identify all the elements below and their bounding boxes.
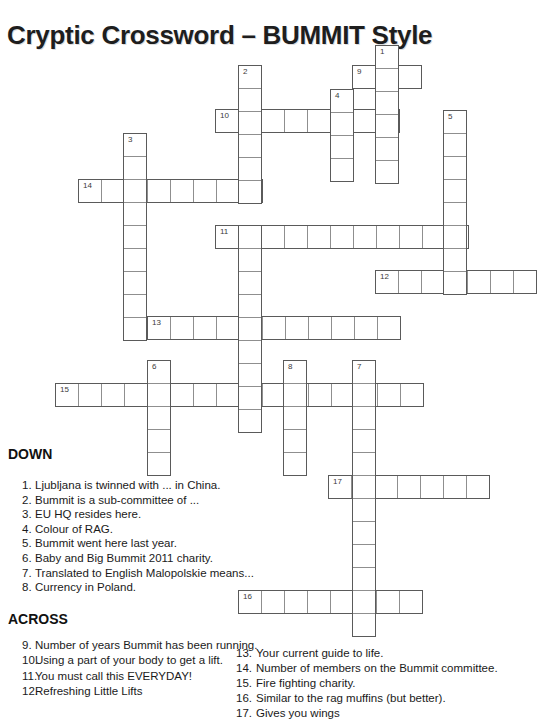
grid-cell[interactable] [239, 111, 261, 134]
grid-cell[interactable] [444, 179, 466, 202]
grid-cell[interactable] [330, 226, 353, 248]
grid-cell[interactable] [216, 317, 239, 339]
entry-2-down: 2 [238, 65, 262, 204]
grid-cell[interactable] [376, 91, 398, 114]
entry-7-down: 7 [352, 360, 376, 637]
clue-text: Using a part of your body to get a lift. [35, 654, 223, 666]
grid-cell[interactable] [353, 544, 375, 567]
grid-cell[interactable] [399, 591, 422, 613]
grid-cell[interactable] [513, 271, 536, 293]
grid-cell[interactable] [193, 180, 216, 202]
clue-number: 17. [236, 707, 252, 719]
grid-cell[interactable] [261, 591, 284, 613]
grid-cell[interactable] [262, 317, 285, 339]
clue-number-label: 11 [220, 228, 228, 236]
down-heading: DOWN [8, 446, 52, 462]
grid-cell[interactable] [285, 317, 308, 339]
grid-cell[interactable] [444, 271, 466, 294]
clue-number-label: 3 [128, 136, 132, 144]
clue-number: 7. [22, 567, 32, 579]
grid-cell[interactable] [101, 180, 124, 202]
clue-number-label: 1 [380, 48, 384, 56]
grid-cell[interactable] [239, 157, 261, 180]
grid-cell[interactable] [284, 406, 306, 429]
grid-cell[interactable] [147, 180, 170, 202]
grid-cell[interactable] [170, 317, 193, 339]
across-heading: ACROSS [8, 611, 68, 627]
clue-number-label: 5 [448, 113, 452, 121]
clue-number: 9. [22, 639, 32, 651]
grid-cell[interactable] [78, 384, 101, 406]
grid-cell[interactable] [308, 384, 331, 406]
grid-cell[interactable] [124, 225, 146, 248]
grid-cell[interactable] [239, 386, 261, 409]
clue-text: Currency in Poland. [35, 581, 136, 593]
grid-cell[interactable] [239, 294, 261, 317]
grid-cell[interactable] [398, 66, 421, 88]
grid-cell[interactable] [239, 271, 261, 294]
grid-cell[interactable] [261, 110, 284, 132]
clue-number-label: 8 [288, 363, 292, 371]
clue-number: 1. [22, 479, 32, 491]
grid-cell[interactable] [284, 110, 307, 132]
grid-cell[interactable] [239, 180, 261, 203]
grid-cell[interactable] [353, 590, 375, 613]
grid-cell[interactable] [376, 160, 398, 183]
grid-cell[interactable] [377, 317, 400, 339]
grid-cell[interactable] [331, 317, 354, 339]
grid-cell[interactable] [124, 271, 146, 294]
grid-cell[interactable] [284, 452, 306, 475]
clue-text: Refreshing Little Lifts [35, 685, 142, 697]
grid-cell[interactable] [124, 317, 146, 340]
clue-item: 14.Number of members on the Bummit commi… [236, 658, 498, 673]
grid-cell[interactable] [374, 476, 397, 498]
grid-cell[interactable] [307, 591, 330, 613]
grid-cell[interactable] [444, 248, 466, 271]
grid-cell[interactable] [376, 68, 398, 91]
entry-16-across: 16 [238, 590, 423, 614]
clue-number-label: 7 [357, 363, 361, 371]
grid-cell[interactable] [307, 110, 330, 132]
clue-text: Baby and Big Bummit 2011 charity. [35, 552, 213, 564]
clue-item: 16.Similar to the rag muffins (but bette… [236, 688, 498, 703]
grid-cell[interactable] [284, 226, 307, 248]
grid-cell[interactable] [444, 156, 466, 179]
clue-number: 8. [22, 581, 32, 593]
clue-item: 13.Your current guide to life. [236, 643, 498, 658]
clue-number-label: 2 [243, 68, 247, 76]
clue-item: 17.Gives you wings [236, 703, 498, 718]
grid-cell[interactable] [124, 294, 146, 317]
entry-3-down: 3 [123, 133, 147, 341]
grid-cell[interactable] [101, 384, 124, 406]
grid-cell[interactable] [353, 429, 375, 452]
grid-cell[interactable] [376, 137, 398, 160]
clue-number-label: 9 [357, 68, 361, 76]
grid-cell[interactable] [124, 179, 146, 202]
grid-cell[interactable] [239, 248, 261, 271]
clue-text: EU HQ resides here. [35, 508, 141, 520]
entry-4-down: 4 [330, 89, 354, 182]
grid-cell[interactable] [239, 134, 261, 157]
grid-cell[interactable] [239, 340, 261, 363]
grid-cell[interactable] [331, 112, 353, 135]
entry-1-down: 1 [375, 45, 399, 184]
grid-cell[interactable] [376, 226, 399, 248]
grid-cell[interactable] [307, 226, 330, 248]
clue-number: 4. [22, 523, 32, 535]
grid-cell[interactable] [261, 226, 284, 248]
grid-cell[interactable] [216, 180, 239, 202]
grid-cell[interactable] [193, 384, 216, 406]
across-clue-list-right: 13.Your current guide to life.14.Number … [236, 643, 498, 718]
grid-cell[interactable] [331, 158, 353, 181]
grid-cell[interactable] [467, 271, 490, 293]
clue-number-label: 14 [83, 182, 92, 190]
grid-cell[interactable] [262, 384, 285, 406]
grid-cell[interactable] [124, 384, 147, 406]
clue-text: Number of years Bummit has been running. [35, 639, 257, 651]
grid-cell[interactable] [148, 429, 170, 452]
grid-cell[interactable] [353, 521, 375, 544]
clue-text: Bummit is a sub-committee of ... [35, 494, 199, 506]
grid-cell[interactable] [444, 202, 466, 225]
entry-unnumbered-down [238, 225, 262, 433]
clue-text: Gives you wings [256, 707, 340, 719]
grid-cell[interactable] [353, 567, 375, 590]
clue-number-label: 10 [220, 112, 229, 120]
entry-8-down: 8 [283, 360, 307, 476]
grid-cell[interactable] [398, 271, 421, 293]
grid-cell[interactable] [353, 406, 375, 429]
grid-cell[interactable] [420, 476, 443, 498]
grid-cell[interactable] [377, 384, 400, 406]
grid-cell[interactable] [421, 271, 444, 293]
entry-5-down: 5 [443, 110, 467, 295]
clue-number: 6. [22, 552, 32, 564]
grid-cell[interactable] [331, 135, 353, 158]
grid-cell[interactable] [284, 383, 306, 406]
grid-cell[interactable] [284, 591, 307, 613]
clue-number: 2. [22, 494, 32, 506]
grid-cell[interactable] [124, 156, 146, 179]
grid-cell[interactable] [353, 452, 375, 475]
grid-cell[interactable] [239, 363, 261, 386]
grid-cell[interactable] [353, 498, 375, 521]
grid-cell[interactable] [148, 452, 170, 475]
grid-cell[interactable] [148, 383, 170, 406]
grid-cell[interactable] [399, 226, 422, 248]
clue-number-label: 4 [335, 92, 339, 100]
clue-text: Translated to English Malopolskie means.… [35, 567, 254, 579]
grid-cell[interactable] [353, 613, 375, 636]
grid-cell[interactable] [239, 317, 261, 340]
clue-item: 15.Fire fighting charity. [236, 673, 498, 688]
entry-14-across: 14 [78, 179, 263, 203]
clue-text: Colour of RAG. [35, 523, 113, 535]
grid-cell[interactable] [330, 591, 353, 613]
grid-cell[interactable] [239, 409, 261, 432]
clue-text: Bummit went here last year. [35, 537, 177, 549]
grid-cell[interactable] [444, 225, 466, 248]
grid-cell[interactable] [239, 88, 261, 111]
clue-number: 5. [22, 537, 32, 549]
grid-cell[interactable] [124, 248, 146, 271]
grid-cell[interactable] [331, 384, 354, 406]
clue-text: Ljubljana is twinned with ... in China. [35, 479, 220, 491]
grid-cell[interactable] [490, 271, 513, 293]
clue-number-label: 16 [243, 593, 252, 601]
page-title: Cryptic Crossword – BUMMIT Style [7, 20, 432, 51]
grid-cell[interactable] [308, 317, 331, 339]
grid-cell[interactable] [284, 429, 306, 452]
clue-number-label: 15 [60, 386, 69, 394]
grid-cell[interactable] [353, 110, 376, 132]
grid-cell[interactable] [444, 133, 466, 156]
clue-number-label: 6 [152, 363, 156, 371]
grid-cell[interactable] [353, 226, 376, 248]
grid-cell[interactable] [466, 476, 489, 498]
grid-cell[interactable] [353, 383, 375, 406]
grid-cell[interactable] [376, 591, 399, 613]
grid-cell[interactable] [193, 317, 216, 339]
entry-13-across: 13 [147, 316, 401, 340]
clue-number: 3. [22, 508, 32, 520]
grid-cell[interactable] [422, 226, 445, 248]
grid-cell[interactable] [354, 317, 377, 339]
grid-cell[interactable] [124, 202, 146, 225]
grid-cell[interactable] [239, 226, 261, 248]
grid-cell[interactable] [170, 384, 193, 406]
grid-cell[interactable] [376, 114, 398, 137]
clue-number-label: 12 [380, 273, 389, 281]
grid-cell[interactable] [400, 384, 423, 406]
entry-6-down: 6 [147, 360, 171, 476]
grid-cell[interactable] [170, 180, 193, 202]
grid-cell[interactable] [216, 384, 239, 406]
grid-cell[interactable] [397, 476, 420, 498]
grid-cell[interactable] [353, 475, 375, 498]
clue-number-label: 17 [333, 478, 342, 486]
grid-cell[interactable] [148, 406, 170, 429]
clue-number-label: 13 [152, 319, 161, 327]
clue-text: You must call this EVERYDAY! [35, 670, 192, 682]
grid-cell[interactable] [443, 476, 466, 498]
